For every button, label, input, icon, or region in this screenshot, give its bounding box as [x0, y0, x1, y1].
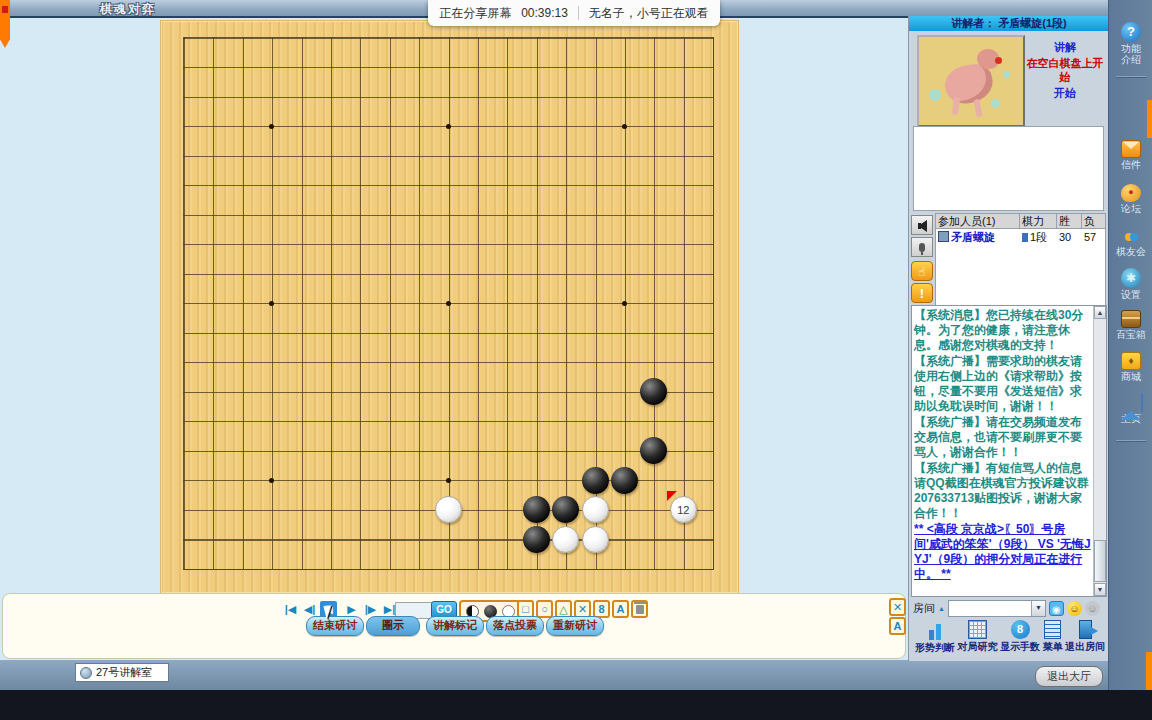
room-tab-icon	[80, 667, 92, 679]
share-timer: 00:39:13	[521, 6, 568, 20]
sidebar-divider	[1116, 440, 1146, 441]
share-viewer: 无名子，小号正在观看	[589, 5, 709, 22]
speaker-button[interactable]	[911, 215, 933, 235]
col-losses: 负	[1082, 214, 1105, 228]
goat-leg	[973, 99, 982, 118]
black-stone	[640, 437, 667, 464]
treasure-icon	[1121, 310, 1141, 328]
situation-judge-button[interactable]: 形势判断	[915, 620, 955, 661]
exclaim-icon: !	[920, 286, 924, 301]
sidebar-item-settings[interactable]: ✱ 设置	[1109, 268, 1152, 300]
white-stone	[582, 526, 609, 553]
chat-link-message[interactable]: ** <高段 京京战>〖50〗号房间'威武的笨笨'（9段） VS '无悔JYJ'…	[914, 522, 1092, 582]
screen: 棋魂对弈 ─ □ × 12 正在分享屏幕 00:39:13 无名子，小号正在观看…	[0, 0, 1152, 720]
sidebar-item-mall[interactable]: ♦ 商城	[1109, 352, 1152, 382]
number-circle-icon: 8	[1011, 620, 1030, 639]
vote-point-button[interactable]: 落点投票	[486, 616, 544, 636]
raise-hand-button[interactable]: ☝	[911, 261, 933, 281]
exit-hall-button[interactable]: 退出大厅	[1035, 666, 1103, 687]
friends-icon	[1121, 227, 1141, 245]
restart-review-button[interactable]: 重新研讨	[546, 616, 604, 636]
last-move-marker	[667, 491, 677, 501]
letter-mark-button[interactable]: A	[612, 600, 629, 618]
col-rank: 棋力	[1020, 214, 1057, 228]
sidebar-item-friends[interactable]: 棋友会	[1109, 227, 1152, 257]
menu-scroll-icon	[1044, 620, 1061, 639]
col-wins: 胜	[1057, 214, 1082, 228]
avatar-decor	[1003, 71, 1010, 78]
notice-box	[913, 126, 1104, 211]
hand-icon: ☝	[918, 265, 925, 279]
game-research-button[interactable]: 对局研究	[958, 620, 998, 661]
mail-icon	[1121, 140, 1141, 158]
show-move-numbers-button[interactable]: 8 显示手数	[1000, 620, 1040, 661]
sidebar-item-home[interactable]: 主页	[1109, 394, 1152, 424]
share-record-dot	[2, 6, 8, 13]
trash-icon	[636, 605, 644, 614]
home-icon	[1121, 394, 1141, 412]
black-stone	[523, 496, 550, 523]
emoticon-qq-icon[interactable]: ◉	[1049, 601, 1064, 616]
star-point	[269, 301, 274, 306]
lecturer-header: 讲解者： 矛盾螺旋(1段)	[909, 16, 1109, 31]
share-status: 正在分享屏幕	[439, 5, 511, 22]
mic-button[interactable]	[911, 237, 933, 257]
chat-message: 【系统广播】请在交易频道发布交易信息，也请不要刷屏更不要骂人，谢谢合作！！	[914, 415, 1092, 460]
mini-board-icon	[968, 620, 987, 639]
chat-message: 【系统广播】有短信骂人的信息请QQ截图在棋魂官方投诉建议群207633713贴图…	[914, 461, 1092, 521]
black-stone	[552, 496, 579, 523]
nav-first-button[interactable]: |◀	[282, 601, 299, 618]
black-stone	[640, 378, 667, 405]
room-label: 房间	[913, 601, 935, 616]
letter-a-button[interactable]: A	[889, 617, 906, 635]
participant-avatar	[938, 231, 949, 242]
share-edge-handle[interactable]	[0, 0, 10, 48]
circle-show-button[interactable]: 圈示	[366, 616, 420, 636]
sidebar-divider	[1116, 76, 1146, 77]
participant-wins: 30	[1057, 229, 1082, 245]
room-spinner-icon[interactable]: ▲	[938, 605, 945, 612]
goat-nose	[995, 57, 1002, 64]
lecture-mark-button[interactable]: 讲解标记	[426, 616, 484, 636]
white-stone	[582, 496, 609, 523]
gear-icon: ✱	[1121, 268, 1141, 288]
rank-icon	[1022, 233, 1028, 242]
menu-button[interactable]: 菜单	[1043, 620, 1063, 661]
participants-list: 矛盾螺旋 1段 30 57	[935, 229, 1106, 306]
emoticon-smiley-icon[interactable]: ☺	[1067, 601, 1082, 616]
lecture-info: 讲解 在空白棋盘上开始 开始	[1023, 40, 1107, 100]
participants-header-row: 参加人员(1) 棋力 胜 负	[935, 213, 1106, 229]
alert-button[interactable]: !	[911, 283, 933, 303]
star-point	[446, 301, 451, 306]
lecture-line2: 在空白棋盘上开始	[1023, 56, 1107, 84]
participant-rank: 1段	[1030, 231, 1047, 243]
bottom-strip	[0, 660, 1152, 690]
scroll-down-arrow[interactable]: ▼	[1094, 583, 1106, 596]
scroll-up-arrow[interactable]: ▲	[1094, 306, 1106, 319]
sidebar-item-treasure[interactable]: 百宝箱	[1109, 310, 1152, 340]
right-sidebar: ? 功能介绍 信件 ● 论坛 棋友会 ✱ 设置 百宝箱 ♦ 商城	[1108, 0, 1152, 690]
chat-messages: 【系统消息】您已持续在线30分钟。为了您的健康，请注意休息。感谢您对棋魂的支持！…	[914, 308, 1092, 583]
chat-input-row: 房间 ▲ ▼ ◉ ☺ ☺	[909, 598, 1109, 618]
mall-icon: ♦	[1121, 352, 1141, 370]
exit-room-button[interactable]: 退出房间	[1065, 620, 1105, 661]
share-edge-right-top	[1147, 100, 1152, 138]
white-stone	[552, 526, 579, 553]
mic-icon	[919, 243, 925, 252]
screen-share-bar: 正在分享屏幕 00:39:13 无名子，小号正在观看	[428, 0, 720, 26]
participants-table: 参加人员(1) 棋力 胜 负 矛盾螺旋 1段 30 57	[935, 213, 1106, 306]
scroll-thumb[interactable]	[1094, 540, 1106, 582]
emoticon-gray-icon[interactable]: ☺	[1085, 601, 1100, 616]
participant-name: 矛盾螺旋	[951, 231, 995, 243]
chat-channel-combo[interactable]: ▼	[948, 600, 1046, 617]
question-icon: ?	[1121, 22, 1141, 42]
app-title: 棋魂对弈	[100, 1, 156, 18]
board-grid: 12	[169, 23, 727, 584]
go-board[interactable]: 12	[160, 20, 739, 594]
windows-taskbar	[0, 690, 1152, 720]
sidebar-item-help[interactable]: ? 功能介绍	[1109, 22, 1152, 65]
star-point	[446, 124, 451, 129]
sidebar-item-forum[interactable]: ● 论坛	[1109, 184, 1152, 214]
star-point	[269, 124, 274, 129]
lecture-line3: 开始	[1023, 86, 1107, 100]
chat-message: 【系统消息】您已持续在线30分钟。为了您的健康，请注意休息。感谢您对棋魂的支持！	[914, 308, 1092, 353]
forum-icon: ●	[1121, 184, 1141, 202]
black-stone	[523, 526, 550, 553]
chat-scrollbar[interactable]: ▲ ▼	[1093, 306, 1106, 596]
bar-chart-icon	[925, 620, 945, 640]
col-participants: 参加人员(1)	[936, 214, 1020, 228]
participant-row[interactable]: 矛盾螺旋 1段 30 57	[936, 229, 1105, 245]
sidebar-item-mail[interactable]: 信件	[1109, 140, 1152, 170]
lecturer-avatar	[917, 35, 1025, 127]
erase-mark-button[interactable]	[631, 600, 648, 618]
star-point	[269, 478, 274, 483]
combo-dropdown-icon[interactable]: ▼	[1031, 601, 1045, 616]
star-point	[622, 301, 627, 306]
chat-message: 【系统广播】需要求助的棋友请使用右侧上边的《请求帮助》按钮，尽量不要用《发送短信…	[914, 354, 1092, 414]
share-divider	[578, 6, 579, 20]
review-toolbar: |◀ ◀| ◀ ▶ |▶ ▶| GO □ ○ △ ✕ 8 A ✕ A 结束研讨 …	[2, 593, 906, 659]
black-stone	[611, 467, 638, 494]
white-stone	[435, 496, 462, 523]
star-point	[622, 124, 627, 129]
room-tab[interactable]: 27号讲解室	[75, 663, 169, 682]
black-stone	[582, 467, 609, 494]
right-panel: 讲解者： 矛盾螺旋(1段) 讲解 在空白棋盘上开始 开始 ☝ ! 参加人	[908, 16, 1108, 661]
avatar-decor	[929, 89, 941, 101]
room-tab-label: 27号讲解室	[96, 665, 152, 680]
avatar-decor	[991, 99, 1000, 108]
room-actions: 形势判断 对局研究 8 显示手数 菜单 退出房间	[909, 618, 1109, 661]
exit-door-icon	[1079, 620, 1092, 639]
white-stone: 12	[670, 496, 697, 523]
lecture-line1: 讲解	[1023, 40, 1107, 54]
end-review-button[interactable]: 结束研讨	[306, 616, 364, 636]
close-toolbar-button[interactable]: ✕	[889, 598, 906, 616]
goat-leg	[952, 97, 960, 116]
circle-mark-button[interactable]: ○	[536, 600, 553, 618]
participants-section: ☝ ! 参加人员(1) 棋力 胜 负 矛盾螺旋 1段 30 57	[909, 213, 1109, 305]
speaker-icon	[918, 220, 927, 232]
chat-area: 【系统消息】您已持续在线30分钟。为了您的健康，请注意休息。感谢您对棋魂的支持！…	[911, 305, 1107, 597]
star-point	[446, 478, 451, 483]
participant-losses: 57	[1082, 229, 1105, 245]
